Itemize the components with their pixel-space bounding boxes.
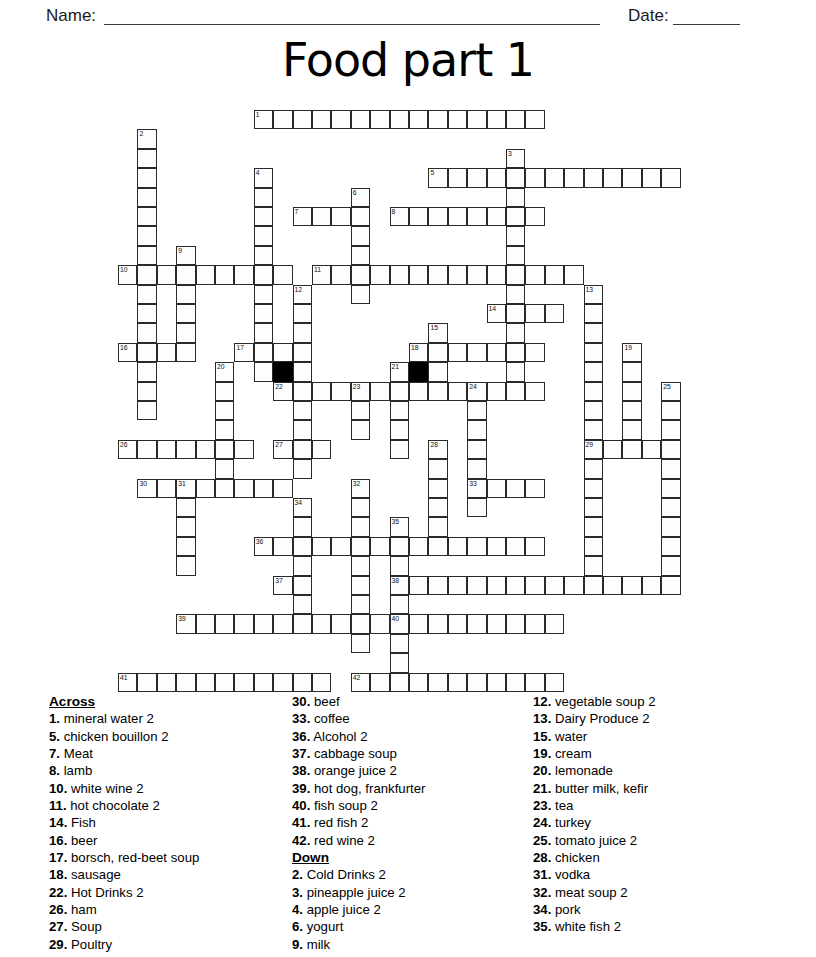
date-input-line[interactable] [673,8,740,25]
grid-cell[interactable] [467,673,486,692]
grid-cell[interactable] [331,207,350,226]
grid-cell[interactable] [273,537,292,556]
grid-cell[interactable] [506,188,525,207]
grid-cell[interactable] [584,479,603,498]
grid-cell[interactable] [525,537,544,556]
grid-cell[interactable] [506,323,525,342]
grid-cell[interactable] [157,673,176,692]
grid-cell[interactable] [584,556,603,575]
grid-cell[interactable]: 10 [118,265,137,284]
grid-cell[interactable]: 41 [118,673,137,692]
grid-cell[interactable] [467,207,486,226]
grid-cell[interactable] [661,537,680,556]
grid-cell[interactable] [137,673,156,692]
grid-cell[interactable] [661,168,680,187]
grid-cell[interactable] [506,246,525,265]
grid-cell[interactable] [661,498,680,517]
grid-cell[interactable]: 37 [273,576,292,595]
grid-cell[interactable] [584,323,603,342]
grid-cell[interactable] [390,401,409,420]
grid-cell[interactable] [390,265,409,284]
grid-cell[interactable] [137,401,156,420]
grid-cell[interactable] [351,556,370,575]
grid-cell[interactable]: 25 [661,382,680,401]
grid-cell[interactable] [622,168,641,187]
grid-cell[interactable] [467,537,486,556]
grid-cell[interactable] [351,110,370,129]
grid-cell[interactable] [584,382,603,401]
grid-cell[interactable] [545,265,564,284]
grid-cell[interactable] [467,498,486,517]
grid-cell[interactable] [642,576,661,595]
grid-cell[interactable] [584,304,603,323]
grid-cell[interactable]: 4 [254,168,273,187]
grid-cell[interactable] [506,110,525,129]
grid-cell[interactable] [137,226,156,245]
grid-cell[interactable] [661,479,680,498]
grid-cell[interactable] [448,382,467,401]
grid-cell[interactable] [254,246,273,265]
grid-cell[interactable] [564,265,583,284]
grid-cell[interactable] [390,440,409,459]
grid-cell[interactable]: 31 [176,479,195,498]
grid-cell[interactable] [273,265,292,284]
grid-cell[interactable] [137,382,156,401]
grid-cell[interactable] [525,265,544,284]
grid-cell[interactable] [564,168,583,187]
grid-cell[interactable]: 19 [622,343,641,362]
grid-cell[interactable] [293,304,312,323]
grid-cell[interactable] [545,304,564,323]
grid-cell[interactable] [487,207,506,226]
grid-cell[interactable] [545,168,564,187]
grid-cell[interactable] [506,362,525,381]
grid-cell[interactable] [409,614,428,633]
grid-cell[interactable] [254,304,273,323]
grid-cell[interactable] [467,459,486,478]
grid-cell[interactable]: 42 [351,673,370,692]
grid-cell[interactable] [506,285,525,304]
grid-cell[interactable] [157,265,176,284]
grid-cell[interactable] [254,673,273,692]
grid-cell[interactable] [525,168,544,187]
grid-cell[interactable] [273,110,292,129]
grid-cell[interactable] [215,420,234,439]
grid-cell[interactable] [487,576,506,595]
grid-cell[interactable]: 5 [428,168,447,187]
grid-cell[interactable] [584,401,603,420]
grid-cell[interactable] [428,479,447,498]
grid-cell[interactable] [351,246,370,265]
grid-cell[interactable] [254,323,273,342]
grid-cell[interactable] [370,673,389,692]
grid-cell[interactable]: 27 [273,440,292,459]
grid-cell[interactable] [370,110,389,129]
grid-cell[interactable] [661,420,680,439]
grid-cell[interactable] [234,479,253,498]
grid-cell[interactable] [661,401,680,420]
grid-cell[interactable] [467,265,486,284]
grid-cell[interactable] [196,673,215,692]
grid-cell[interactable] [661,556,680,575]
grid-cell[interactable]: 3 [506,149,525,168]
grid-cell[interactable] [273,343,292,362]
grid-cell[interactable] [428,343,447,362]
grid-cell[interactable] [293,576,312,595]
grid-cell[interactable] [487,265,506,284]
grid-cell[interactable]: 34 [293,498,312,517]
grid-cell[interactable] [409,265,428,284]
grid-cell[interactable] [487,537,506,556]
grid-cell[interactable] [525,207,544,226]
grid-cell[interactable] [584,498,603,517]
grid-cell[interactable] [467,110,486,129]
grid-cell[interactable] [428,673,447,692]
grid-cell[interactable] [293,595,312,614]
grid-cell[interactable] [661,440,680,459]
grid-cell[interactable] [293,110,312,129]
grid-cell[interactable]: 9 [176,246,195,265]
grid-cell[interactable] [137,323,156,342]
grid-cell[interactable] [428,517,447,536]
grid-cell[interactable] [603,576,622,595]
grid-cell[interactable] [506,382,525,401]
grid-cell[interactable] [293,517,312,536]
grid-cell[interactable]: 18 [409,343,428,362]
grid-cell[interactable] [215,479,234,498]
grid-cell[interactable] [234,673,253,692]
grid-cell[interactable] [525,382,544,401]
grid-cell[interactable] [137,188,156,207]
grid-cell[interactable]: 20 [215,362,234,381]
grid-cell[interactable] [487,673,506,692]
grid-cell[interactable] [293,440,312,459]
grid-cell[interactable] [254,265,273,284]
grid-cell[interactable] [525,576,544,595]
grid-cell[interactable] [215,673,234,692]
grid-cell[interactable] [176,323,195,342]
grid-cell[interactable]: 29 [584,440,603,459]
grid-cell[interactable] [448,673,467,692]
grid-cell[interactable] [196,479,215,498]
grid-cell[interactable] [215,382,234,401]
grid-cell[interactable] [390,673,409,692]
grid-cell[interactable] [487,479,506,498]
grid-cell[interactable] [137,265,156,284]
grid-cell[interactable] [487,343,506,362]
grid-cell[interactable] [584,537,603,556]
grid-cell[interactable] [584,168,603,187]
grid-cell[interactable] [370,614,389,633]
grid-cell[interactable] [215,440,234,459]
grid-cell[interactable] [176,673,195,692]
grid-cell[interactable] [428,110,447,129]
grid-cell[interactable] [409,207,428,226]
grid-cell[interactable] [622,362,641,381]
grid-cell[interactable] [331,614,350,633]
grid-cell[interactable]: 32 [351,479,370,498]
grid-cell[interactable] [661,576,680,595]
grid-cell[interactable] [176,517,195,536]
grid-cell[interactable] [545,673,564,692]
grid-cell[interactable] [331,265,350,284]
grid-cell[interactable] [428,614,447,633]
grid-cell[interactable] [487,614,506,633]
grid-cell[interactable] [254,207,273,226]
grid-cell[interactable] [603,440,622,459]
grid-cell[interactable] [176,440,195,459]
grid-cell[interactable] [506,304,525,323]
grid-cell[interactable] [390,595,409,614]
grid-cell[interactable] [254,362,273,381]
grid-cell[interactable] [409,576,428,595]
grid-cell[interactable]: 38 [390,576,409,595]
grid-cell[interactable] [331,110,350,129]
grid-cell[interactable] [312,207,331,226]
grid-cell[interactable] [390,382,409,401]
grid-cell[interactable] [642,440,661,459]
grid-cell[interactable] [254,479,273,498]
grid-cell[interactable] [525,343,544,362]
grid-cell[interactable] [176,265,195,284]
grid-cell[interactable] [312,110,331,129]
grid-cell[interactable] [351,634,370,653]
grid-cell[interactable] [293,323,312,342]
grid-cell[interactable]: 11 [312,265,331,284]
grid-cell[interactable] [215,614,234,633]
grid-cell[interactable]: 35 [390,517,409,536]
grid-cell[interactable] [370,265,389,284]
grid-cell[interactable] [448,207,467,226]
grid-cell[interactable]: 7 [293,207,312,226]
grid-cell[interactable] [390,537,409,556]
grid-cell[interactable]: 22 [273,382,292,401]
grid-cell[interactable] [293,614,312,633]
grid-cell[interactable]: 16 [118,343,137,362]
grid-cell[interactable] [234,614,253,633]
grid-cell[interactable] [351,265,370,284]
grid-cell[interactable]: 26 [118,440,137,459]
grid-cell[interactable] [428,459,447,478]
grid-cell[interactable] [215,459,234,478]
grid-cell[interactable]: 2 [137,129,156,148]
grid-cell[interactable] [293,537,312,556]
grid-cell[interactable] [428,265,447,284]
grid-cell[interactable] [312,382,331,401]
grid-cell[interactable] [525,479,544,498]
grid-cell[interactable]: 15 [428,323,447,342]
grid-cell[interactable] [448,168,467,187]
grid-cell[interactable] [409,673,428,692]
grid-cell[interactable] [273,673,292,692]
grid-cell[interactable]: 33 [467,479,486,498]
grid-cell[interactable] [176,537,195,556]
grid-cell[interactable] [584,517,603,536]
grid-cell[interactable] [506,207,525,226]
grid-cell[interactable] [584,576,603,595]
grid-cell[interactable] [622,401,641,420]
grid-cell[interactable] [234,440,253,459]
grid-cell[interactable] [506,537,525,556]
grid-cell[interactable]: 8 [390,207,409,226]
grid-cell[interactable] [390,634,409,653]
grid-cell[interactable] [622,382,641,401]
name-input-line[interactable] [104,8,600,25]
grid-cell[interactable] [137,168,156,187]
grid-cell[interactable] [564,576,583,595]
grid-cell[interactable]: 39 [176,614,195,633]
grid-cell[interactable] [254,226,273,245]
grid-cell[interactable] [331,382,350,401]
grid-cell[interactable] [661,517,680,536]
grid-cell[interactable] [428,576,447,595]
grid-cell[interactable] [176,285,195,304]
grid-cell[interactable] [196,614,215,633]
grid-cell[interactable] [467,343,486,362]
grid-cell[interactable] [370,537,389,556]
grid-cell[interactable] [351,576,370,595]
grid-cell[interactable] [370,382,389,401]
grid-cell[interactable] [137,149,156,168]
grid-cell[interactable] [137,362,156,381]
grid-cell[interactable] [157,440,176,459]
grid-cell[interactable] [351,207,370,226]
grid-cell[interactable]: 28 [428,440,447,459]
grid-cell[interactable] [196,440,215,459]
grid-cell[interactable] [467,576,486,595]
grid-cell[interactable] [467,440,486,459]
grid-cell[interactable] [584,343,603,362]
grid-cell[interactable] [584,420,603,439]
grid-cell[interactable] [293,556,312,575]
grid-cell[interactable] [584,362,603,381]
grid-cell[interactable] [584,459,603,478]
grid-cell[interactable] [137,304,156,323]
grid-cell[interactable] [487,168,506,187]
grid-cell[interactable] [351,285,370,304]
grid-cell[interactable] [157,343,176,362]
grid-cell[interactable]: 14 [487,304,506,323]
grid-cell[interactable] [254,614,273,633]
grid-cell[interactable] [176,498,195,517]
grid-cell[interactable] [545,614,564,633]
grid-cell[interactable] [157,479,176,498]
grid-cell[interactable] [428,498,447,517]
grid-cell[interactable] [409,382,428,401]
grid-cell[interactable] [428,207,447,226]
grid-cell[interactable] [137,207,156,226]
grid-cell[interactable] [312,673,331,692]
grid-cell[interactable] [545,576,564,595]
grid-cell[interactable] [351,537,370,556]
grid-cell[interactable] [351,401,370,420]
grid-cell[interactable] [176,556,195,575]
grid-cell[interactable] [428,537,447,556]
grid-cell[interactable] [293,420,312,439]
grid-cell[interactable] [525,614,544,633]
grid-cell[interactable] [409,537,428,556]
grid-cell[interactable] [176,343,195,362]
grid-cell[interactable] [622,440,641,459]
grid-cell[interactable]: 12 [293,285,312,304]
grid-cell[interactable] [331,537,350,556]
grid-cell[interactable] [506,343,525,362]
grid-cell[interactable] [506,479,525,498]
grid-cell[interactable] [390,110,409,129]
grid-cell[interactable] [428,382,447,401]
grid-cell[interactable] [467,420,486,439]
grid-cell[interactable] [312,614,331,633]
grid-cell[interactable] [293,459,312,478]
grid-cell[interactable] [506,226,525,245]
grid-cell[interactable] [351,614,370,633]
grid-cell[interactable] [312,440,331,459]
grid-cell[interactable] [448,265,467,284]
grid-cell[interactable] [448,537,467,556]
grid-cell[interactable] [293,362,312,381]
grid-cell[interactable]: 17 [234,343,253,362]
grid-cell[interactable] [409,110,428,129]
grid-cell[interactable] [351,517,370,536]
grid-cell[interactable] [390,556,409,575]
grid-cell[interactable] [448,614,467,633]
grid-cell[interactable]: 40 [390,614,409,633]
grid-cell[interactable] [293,401,312,420]
grid-cell[interactable] [661,459,680,478]
grid-cell[interactable]: 1 [254,110,273,129]
grid-cell[interactable] [448,110,467,129]
grid-cell[interactable] [176,304,195,323]
grid-cell[interactable] [293,343,312,362]
grid-cell[interactable] [525,110,544,129]
grid-cell[interactable] [642,168,661,187]
grid-cell[interactable] [506,265,525,284]
grid-cell[interactable] [622,576,641,595]
grid-cell[interactable] [467,401,486,420]
grid-cell[interactable]: 6 [351,188,370,207]
grid-cell[interactable] [448,576,467,595]
grid-cell[interactable] [467,168,486,187]
grid-cell[interactable] [467,614,486,633]
grid-cell[interactable] [196,265,215,284]
grid-cell[interactable] [506,168,525,187]
grid-cell[interactable] [254,285,273,304]
grid-cell[interactable] [215,401,234,420]
grid-cell[interactable]: 13 [584,285,603,304]
grid-cell[interactable] [351,595,370,614]
grid-cell[interactable] [254,188,273,207]
grid-cell[interactable]: 30 [137,479,156,498]
grid-cell[interactable]: 24 [467,382,486,401]
grid-cell[interactable] [254,343,273,362]
grid-cell[interactable] [293,382,312,401]
grid-cell[interactable] [487,110,506,129]
grid-cell[interactable] [603,168,622,187]
grid-cell[interactable] [351,420,370,439]
grid-cell[interactable]: 23 [351,382,370,401]
grid-cell[interactable] [525,304,544,323]
grid-cell[interactable] [234,265,253,284]
grid-cell[interactable] [215,265,234,284]
grid-cell[interactable] [137,440,156,459]
grid-cell[interactable] [428,362,447,381]
grid-cell[interactable] [351,226,370,245]
grid-cell[interactable] [137,285,156,304]
grid-cell[interactable] [137,246,156,265]
grid-cell[interactable] [448,343,467,362]
grid-cell[interactable] [351,498,370,517]
grid-cell[interactable]: 21 [390,362,409,381]
